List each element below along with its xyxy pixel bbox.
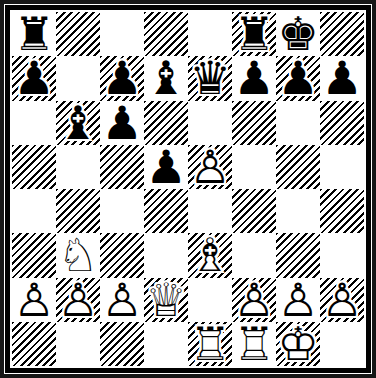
square-h5[interactable] bbox=[320, 145, 364, 189]
piece-white-pawn: ♙ bbox=[57, 277, 98, 323]
chess-diagram: ♜♜♜♜♚♚♟♟♟♟♝♝♛♛♟♟♟♟♟♟♝♝♟♟♟♟♟♙♞♘♝♗♟♙♟♙♟♙♛♕… bbox=[0, 0, 376, 378]
piece-halo: ♟ bbox=[57, 277, 98, 323]
square-g6[interactable] bbox=[276, 101, 320, 145]
square-c1[interactable] bbox=[100, 322, 144, 366]
piece-black-pawn: ♟ bbox=[145, 144, 186, 190]
square-f3[interactable] bbox=[232, 233, 276, 277]
square-d4[interactable] bbox=[144, 189, 188, 233]
square-b7[interactable] bbox=[56, 56, 100, 100]
frame-inner-white-line: ♜♜♜♜♚♚♟♟♟♟♝♝♛♛♟♟♟♟♟♟♝♝♟♟♟♟♟♙♞♘♝♗♟♙♟♙♟♙♛♕… bbox=[10, 10, 366, 368]
square-b2[interactable]: ♟♙ bbox=[56, 278, 100, 322]
board-frame: ♜♜♜♜♚♚♟♟♟♟♝♝♛♛♟♟♟♟♟♟♝♝♟♟♟♟♟♙♞♘♝♗♟♙♟♙♟♙♛♕… bbox=[5, 5, 371, 373]
piece-black-pawn: ♟ bbox=[13, 55, 54, 101]
piece-halo: ♜ bbox=[233, 11, 274, 57]
piece-white-queen: ♕ bbox=[145, 277, 186, 323]
square-a3[interactable] bbox=[12, 233, 56, 277]
piece-halo: ♟ bbox=[101, 277, 142, 323]
piece-white-rook: ♖ bbox=[189, 321, 230, 367]
square-b1[interactable] bbox=[56, 322, 100, 366]
square-c2[interactable]: ♟♙ bbox=[100, 278, 144, 322]
piece-white-pawn: ♙ bbox=[189, 144, 230, 190]
square-b4[interactable] bbox=[56, 189, 100, 233]
piece-white-pawn: ♙ bbox=[321, 277, 362, 323]
square-d2[interactable]: ♛♕ bbox=[144, 278, 188, 322]
piece-white-king: ♔ bbox=[277, 321, 318, 367]
piece-halo: ♝ bbox=[189, 232, 230, 278]
piece-black-pawn: ♟ bbox=[101, 55, 142, 101]
square-e6[interactable] bbox=[188, 101, 232, 145]
square-e4[interactable] bbox=[188, 189, 232, 233]
square-f1[interactable]: ♜♖ bbox=[232, 322, 276, 366]
piece-black-bishop: ♝ bbox=[145, 55, 186, 101]
square-c7[interactable]: ♟♟ bbox=[100, 56, 144, 100]
square-b3[interactable]: ♞♘ bbox=[56, 233, 100, 277]
piece-white-rook: ♖ bbox=[233, 321, 274, 367]
piece-halo: ♟ bbox=[321, 277, 362, 323]
piece-white-pawn: ♙ bbox=[277, 277, 318, 323]
piece-halo: ♜ bbox=[233, 321, 274, 367]
square-h6[interactable] bbox=[320, 101, 364, 145]
square-g5[interactable] bbox=[276, 145, 320, 189]
square-d1[interactable] bbox=[144, 322, 188, 366]
piece-white-pawn: ♙ bbox=[233, 277, 274, 323]
piece-halo: ♟ bbox=[13, 277, 54, 323]
square-e2[interactable] bbox=[188, 278, 232, 322]
piece-halo: ♞ bbox=[57, 232, 98, 278]
square-g3[interactable] bbox=[276, 233, 320, 277]
square-b8[interactable] bbox=[56, 12, 100, 56]
frame-outer-white-line: ♜♜♜♜♚♚♟♟♟♟♝♝♛♛♟♟♟♟♟♟♝♝♟♟♟♟♟♙♞♘♝♗♟♙♟♙♟♙♛♕… bbox=[4, 4, 372, 374]
square-e7[interactable]: ♛♛ bbox=[188, 56, 232, 100]
chess-board: ♜♜♜♜♚♚♟♟♟♟♝♝♛♛♟♟♟♟♟♟♝♝♟♟♟♟♟♙♞♘♝♗♟♙♟♙♟♙♛♕… bbox=[12, 12, 364, 366]
piece-black-bishop: ♝ bbox=[57, 100, 98, 146]
square-d8[interactable] bbox=[144, 12, 188, 56]
piece-halo: ♟ bbox=[145, 144, 186, 190]
piece-halo: ♚ bbox=[277, 11, 318, 57]
piece-halo: ♟ bbox=[277, 277, 318, 323]
piece-halo: ♟ bbox=[321, 55, 362, 101]
square-g8[interactable]: ♚♚ bbox=[276, 12, 320, 56]
square-f8[interactable]: ♜♜ bbox=[232, 12, 276, 56]
square-h8[interactable] bbox=[320, 12, 364, 56]
piece-white-knight: ♘ bbox=[57, 232, 98, 278]
piece-halo: ♚ bbox=[277, 321, 318, 367]
square-g7[interactable]: ♟♟ bbox=[276, 56, 320, 100]
square-h1[interactable] bbox=[320, 322, 364, 366]
piece-black-pawn: ♟ bbox=[321, 55, 362, 101]
square-a1[interactable] bbox=[12, 322, 56, 366]
square-e1[interactable]: ♜♖ bbox=[188, 322, 232, 366]
square-b5[interactable] bbox=[56, 145, 100, 189]
square-a2[interactable]: ♟♙ bbox=[12, 278, 56, 322]
piece-white-pawn: ♙ bbox=[101, 277, 142, 323]
piece-halo: ♜ bbox=[13, 11, 54, 57]
square-e3[interactable]: ♝♗ bbox=[188, 233, 232, 277]
square-h3[interactable] bbox=[320, 233, 364, 277]
square-f6[interactable] bbox=[232, 101, 276, 145]
piece-halo: ♟ bbox=[277, 55, 318, 101]
piece-halo: ♛ bbox=[189, 55, 230, 101]
square-d6[interactable] bbox=[144, 101, 188, 145]
piece-halo: ♛ bbox=[145, 277, 186, 323]
square-c8[interactable] bbox=[100, 12, 144, 56]
square-d3[interactable] bbox=[144, 233, 188, 277]
piece-black-king: ♚ bbox=[277, 11, 318, 57]
piece-halo: ♟ bbox=[189, 144, 230, 190]
square-a7[interactable]: ♟♟ bbox=[12, 56, 56, 100]
piece-halo: ♟ bbox=[101, 55, 142, 101]
square-h7[interactable]: ♟♟ bbox=[320, 56, 364, 100]
piece-white-pawn: ♙ bbox=[13, 277, 54, 323]
square-f5[interactable] bbox=[232, 145, 276, 189]
square-a8[interactable]: ♜♜ bbox=[12, 12, 56, 56]
piece-halo: ♟ bbox=[233, 55, 274, 101]
square-d7[interactable]: ♝♝ bbox=[144, 56, 188, 100]
square-g2[interactable]: ♟♙ bbox=[276, 278, 320, 322]
square-g4[interactable] bbox=[276, 189, 320, 233]
piece-halo: ♟ bbox=[101, 100, 142, 146]
piece-black-pawn: ♟ bbox=[101, 100, 142, 146]
square-a5[interactable] bbox=[12, 145, 56, 189]
piece-black-pawn: ♟ bbox=[277, 55, 318, 101]
square-c4[interactable] bbox=[100, 189, 144, 233]
square-a6[interactable] bbox=[12, 101, 56, 145]
piece-black-rook: ♜ bbox=[13, 11, 54, 57]
piece-halo: ♝ bbox=[145, 55, 186, 101]
piece-black-rook: ♜ bbox=[233, 11, 274, 57]
square-b6[interactable]: ♝♝ bbox=[56, 101, 100, 145]
piece-white-bishop: ♗ bbox=[189, 232, 230, 278]
square-c3[interactable] bbox=[100, 233, 144, 277]
square-h4[interactable] bbox=[320, 189, 364, 233]
square-a4[interactable] bbox=[12, 189, 56, 233]
piece-halo: ♟ bbox=[233, 277, 274, 323]
piece-black-pawn: ♟ bbox=[233, 55, 274, 101]
square-f7[interactable]: ♟♟ bbox=[232, 56, 276, 100]
square-e5[interactable]: ♟♙ bbox=[188, 145, 232, 189]
square-d5[interactable]: ♟♟ bbox=[144, 145, 188, 189]
square-g1[interactable]: ♚♔ bbox=[276, 322, 320, 366]
square-f2[interactable]: ♟♙ bbox=[232, 278, 276, 322]
piece-halo: ♝ bbox=[57, 100, 98, 146]
piece-halo: ♟ bbox=[13, 55, 54, 101]
square-c6[interactable]: ♟♟ bbox=[100, 101, 144, 145]
square-c5[interactable] bbox=[100, 145, 144, 189]
square-e8[interactable] bbox=[188, 12, 232, 56]
square-f4[interactable] bbox=[232, 189, 276, 233]
piece-halo: ♜ bbox=[189, 321, 230, 367]
square-h2[interactable]: ♟♙ bbox=[320, 278, 364, 322]
piece-black-queen: ♛ bbox=[189, 55, 230, 101]
